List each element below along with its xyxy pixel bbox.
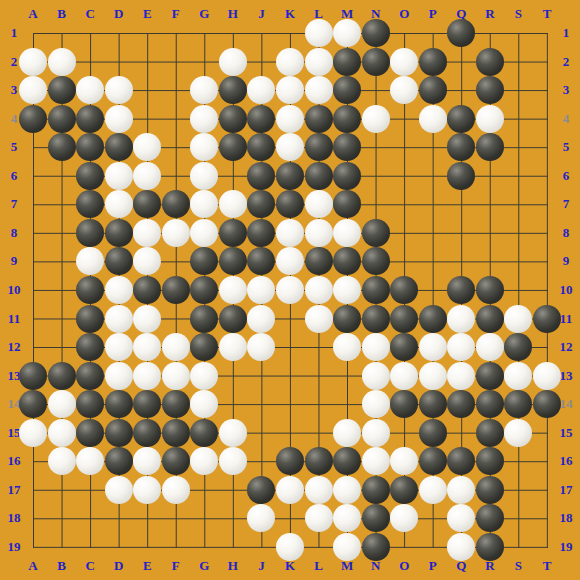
stone-black-R15[interactable] (476, 419, 504, 447)
stone-white-N14[interactable] (362, 390, 390, 418)
stone-black-P15[interactable] (419, 419, 447, 447)
stone-white-D10[interactable] (105, 276, 133, 304)
stone-black-T11[interactable] (533, 305, 561, 333)
stone-black-N19[interactable] (362, 533, 390, 561)
stone-white-E11[interactable] (133, 305, 161, 333)
stone-black-H5[interactable] (219, 133, 247, 161)
stone-white-K19[interactable] (276, 533, 304, 561)
col-label-bottom-F: F (163, 556, 189, 576)
row-label-left-12: 12 (1, 337, 27, 357)
stone-black-B13[interactable] (48, 362, 76, 390)
row-label-right-7: 7 (553, 194, 579, 214)
row-label-right-5: 5 (553, 137, 579, 157)
col-label-top-F: F (163, 4, 189, 24)
stone-white-M8[interactable] (333, 219, 361, 247)
row-label-left-5: 5 (1, 137, 27, 157)
col-label-top-R: R (477, 4, 503, 24)
stone-white-B14[interactable] (48, 390, 76, 418)
row-label-left-10: 10 (1, 280, 27, 300)
col-label-top-C: C (77, 4, 103, 24)
stone-black-G15[interactable] (190, 419, 218, 447)
stone-black-P16[interactable] (419, 447, 447, 475)
col-label-bottom-C: C (77, 556, 103, 576)
goban[interactable]: ABCDEFGHJKLMNOPQRST ABCDEFGHJKLMNOPQRST … (0, 0, 580, 580)
row-label-left-7: 7 (1, 194, 27, 214)
stone-black-L6[interactable] (305, 162, 333, 190)
col-label-top-K: K (277, 4, 303, 24)
stone-white-K4[interactable] (276, 105, 304, 133)
stone-black-F15[interactable] (162, 419, 190, 447)
stone-white-L7[interactable] (305, 190, 333, 218)
stone-white-L11[interactable] (305, 305, 333, 333)
stone-black-L5[interactable] (305, 133, 333, 161)
stone-black-D16[interactable] (105, 447, 133, 475)
stone-black-O17[interactable] (390, 476, 418, 504)
stone-white-F13[interactable] (162, 362, 190, 390)
stone-white-H12[interactable] (219, 333, 247, 361)
stone-black-A4[interactable] (19, 105, 47, 133)
col-label-top-D: D (106, 4, 132, 24)
row-label-right-18: 18 (553, 508, 579, 528)
stone-black-N2[interactable] (362, 48, 390, 76)
stone-black-R19[interactable] (476, 533, 504, 561)
stone-white-F8[interactable] (162, 219, 190, 247)
stone-white-D17[interactable] (105, 476, 133, 504)
row-label-left-9: 9 (1, 251, 27, 271)
stone-white-D3[interactable] (105, 76, 133, 104)
stone-black-D8[interactable] (105, 219, 133, 247)
stone-white-P13[interactable] (419, 362, 447, 390)
row-label-left-6: 6 (1, 166, 27, 186)
stone-black-L4[interactable] (305, 105, 333, 133)
row-label-left-16: 16 (1, 451, 27, 471)
col-label-bottom-E: E (134, 556, 160, 576)
stone-black-J4[interactable] (247, 105, 275, 133)
stone-white-L1[interactable] (305, 19, 333, 47)
stone-black-Q4[interactable] (447, 105, 475, 133)
stone-white-F12[interactable] (162, 333, 190, 361)
stone-black-B3[interactable] (48, 76, 76, 104)
stone-black-R11[interactable] (476, 305, 504, 333)
stone-black-B4[interactable] (48, 105, 76, 133)
stone-black-H8[interactable] (219, 219, 247, 247)
col-label-bottom-B: B (49, 556, 75, 576)
stone-white-G13[interactable] (190, 362, 218, 390)
col-label-top-T: T (534, 4, 560, 24)
stone-black-D5[interactable] (105, 133, 133, 161)
row-label-right-15: 15 (553, 423, 579, 443)
row-label-right-4: 4 (553, 109, 579, 129)
col-label-top-O: O (391, 4, 417, 24)
stone-black-D9[interactable] (105, 247, 133, 275)
stone-white-K3[interactable] (276, 76, 304, 104)
stone-black-P14[interactable] (419, 390, 447, 418)
stone-black-A13[interactable] (19, 362, 47, 390)
col-label-top-B: B (49, 4, 75, 24)
stone-black-R17[interactable] (476, 476, 504, 504)
stone-black-D14[interactable] (105, 390, 133, 418)
stone-white-N12[interactable] (362, 333, 390, 361)
row-label-right-3: 3 (553, 80, 579, 100)
stone-black-C4[interactable] (76, 105, 104, 133)
stone-black-L16[interactable] (305, 447, 333, 475)
stone-black-M4[interactable] (333, 105, 361, 133)
stone-black-B5[interactable] (48, 133, 76, 161)
stone-white-A3[interactable] (19, 76, 47, 104)
stone-black-H4[interactable] (219, 105, 247, 133)
col-label-bottom-D: D (106, 556, 132, 576)
stone-white-S13[interactable] (504, 362, 532, 390)
stone-black-Q6[interactable] (447, 162, 475, 190)
col-label-top-E: E (134, 4, 160, 24)
row-label-right-8: 8 (553, 223, 579, 243)
stone-white-E8[interactable] (133, 219, 161, 247)
stone-white-L8[interactable] (305, 219, 333, 247)
stone-white-D13[interactable] (105, 362, 133, 390)
stone-black-D15[interactable] (105, 419, 133, 447)
stone-black-N1[interactable] (362, 19, 390, 47)
stone-black-R14[interactable] (476, 390, 504, 418)
stone-white-N15[interactable] (362, 419, 390, 447)
row-label-right-9: 9 (553, 251, 579, 271)
col-label-bottom-S: S (505, 556, 531, 576)
stone-black-N11[interactable] (362, 305, 390, 333)
stone-white-P4[interactable] (419, 105, 447, 133)
stone-white-E6[interactable] (133, 162, 161, 190)
col-label-bottom-G: G (191, 556, 217, 576)
stone-black-R13[interactable] (476, 362, 504, 390)
stone-black-C10[interactable] (76, 276, 104, 304)
stone-black-R2[interactable] (476, 48, 504, 76)
stone-white-L18[interactable] (305, 504, 333, 532)
stone-black-N17[interactable] (362, 476, 390, 504)
stone-white-M10[interactable] (333, 276, 361, 304)
col-label-bottom-J: J (248, 556, 274, 576)
col-label-bottom-P: P (420, 556, 446, 576)
stone-black-C15[interactable] (76, 419, 104, 447)
stone-white-M15[interactable] (333, 419, 361, 447)
stone-white-M1[interactable] (333, 19, 361, 47)
stone-white-J11[interactable] (247, 305, 275, 333)
stone-black-O11[interactable] (390, 305, 418, 333)
stone-black-N18[interactable] (362, 504, 390, 532)
stone-white-H10[interactable] (219, 276, 247, 304)
stone-white-R4[interactable] (476, 105, 504, 133)
stone-white-E13[interactable] (133, 362, 161, 390)
row-label-left-8: 8 (1, 223, 27, 243)
row-label-left-11: 11 (1, 309, 27, 329)
row-label-left-19: 19 (1, 537, 27, 557)
stone-black-E15[interactable] (133, 419, 161, 447)
stone-white-G4[interactable] (190, 105, 218, 133)
stone-black-H11[interactable] (219, 305, 247, 333)
stone-white-B15[interactable] (48, 419, 76, 447)
stone-black-F10[interactable] (162, 276, 190, 304)
stone-white-D4[interactable] (105, 105, 133, 133)
stone-white-Q11[interactable] (447, 305, 475, 333)
stone-white-N13[interactable] (362, 362, 390, 390)
row-label-left-18: 18 (1, 508, 27, 528)
stone-black-R3[interactable] (476, 76, 504, 104)
stone-black-G11[interactable] (190, 305, 218, 333)
col-label-bottom-A: A (20, 556, 46, 576)
stone-black-N9[interactable] (362, 247, 390, 275)
row-label-right-10: 10 (553, 280, 579, 300)
stone-black-F7[interactable] (162, 190, 190, 218)
col-label-top-A: A (20, 4, 46, 24)
stone-black-R10[interactable] (476, 276, 504, 304)
stone-black-F14[interactable] (162, 390, 190, 418)
row-label-right-12: 12 (553, 337, 579, 357)
stone-black-K6[interactable] (276, 162, 304, 190)
stone-white-D12[interactable] (105, 333, 133, 361)
stone-black-P2[interactable] (419, 48, 447, 76)
row-label-left-1: 1 (1, 23, 27, 43)
stone-white-A2[interactable] (19, 48, 47, 76)
col-label-bottom-T: T (534, 556, 560, 576)
stone-white-K2[interactable] (276, 48, 304, 76)
row-label-right-1: 1 (553, 23, 579, 43)
col-label-bottom-H: H (220, 556, 246, 576)
stone-white-R12[interactable] (476, 333, 504, 361)
col-label-top-P: P (420, 4, 446, 24)
stone-white-B16[interactable] (48, 447, 76, 475)
stone-white-S11[interactable] (504, 305, 532, 333)
col-label-bottom-L: L (306, 556, 332, 576)
stone-black-M11[interactable] (333, 305, 361, 333)
stone-white-H15[interactable] (219, 419, 247, 447)
row-label-right-17: 17 (553, 480, 579, 500)
stone-black-F16[interactable] (162, 447, 190, 475)
stone-white-N16[interactable] (362, 447, 390, 475)
stone-white-K8[interactable] (276, 219, 304, 247)
stone-white-P17[interactable] (419, 476, 447, 504)
row-label-right-16: 16 (553, 451, 579, 471)
stone-black-N8[interactable] (362, 219, 390, 247)
stone-black-M2[interactable] (333, 48, 361, 76)
stone-black-L9[interactable] (305, 247, 333, 275)
stone-white-T13[interactable] (533, 362, 561, 390)
stone-white-N4[interactable] (362, 105, 390, 133)
col-label-top-J: J (248, 4, 274, 24)
stone-white-K10[interactable] (276, 276, 304, 304)
stone-white-M17[interactable] (333, 476, 361, 504)
stone-black-R5[interactable] (476, 133, 504, 161)
col-label-top-S: S (505, 4, 531, 24)
col-label-top-H: H (220, 4, 246, 24)
stone-black-C6[interactable] (76, 162, 104, 190)
stone-white-B2[interactable] (48, 48, 76, 76)
stone-white-L3[interactable] (305, 76, 333, 104)
stone-white-E17[interactable] (133, 476, 161, 504)
stone-black-C13[interactable] (76, 362, 104, 390)
stone-black-N10[interactable] (362, 276, 390, 304)
stone-white-D11[interactable] (105, 305, 133, 333)
stone-black-P11[interactable] (419, 305, 447, 333)
stone-white-L2[interactable] (305, 48, 333, 76)
stone-white-L10[interactable] (305, 276, 333, 304)
row-label-right-19: 19 (553, 537, 579, 557)
row-label-left-17: 17 (1, 480, 27, 500)
stone-white-F17[interactable] (162, 476, 190, 504)
stone-white-O13[interactable] (390, 362, 418, 390)
stone-white-Q13[interactable] (447, 362, 475, 390)
stone-white-O2[interactable] (390, 48, 418, 76)
stone-white-A15[interactable] (19, 419, 47, 447)
row-label-right-2: 2 (553, 52, 579, 72)
stone-white-H2[interactable] (219, 48, 247, 76)
col-label-bottom-O: O (391, 556, 417, 576)
stone-black-M6[interactable] (333, 162, 361, 190)
stone-white-L17[interactable] (305, 476, 333, 504)
stone-black-C8[interactable] (76, 219, 104, 247)
go-app-window: ABCDEFGHJKLMNOPQRST ABCDEFGHJKLMNOPQRST … (0, 0, 580, 580)
stone-white-D7[interactable] (105, 190, 133, 218)
stone-black-P3[interactable] (419, 76, 447, 104)
stone-black-H3[interactable] (219, 76, 247, 104)
col-label-top-G: G (191, 4, 217, 24)
stone-white-G6[interactable] (190, 162, 218, 190)
row-label-right-6: 6 (553, 166, 579, 186)
stone-white-M19[interactable] (333, 533, 361, 561)
stone-white-P12[interactable] (419, 333, 447, 361)
stone-white-K17[interactable] (276, 476, 304, 504)
stone-black-C11[interactable] (76, 305, 104, 333)
stone-white-D6[interactable] (105, 162, 133, 190)
